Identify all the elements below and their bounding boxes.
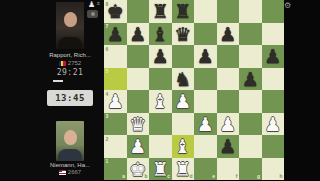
square-h5[interactable] <box>262 68 285 91</box>
square-b4[interactable] <box>127 90 150 113</box>
piece-white-R-c1[interactable]: ♜ <box>152 158 169 181</box>
square-a1[interactable]: 1a <box>104 158 127 181</box>
piece-black-B-c7[interactable]: ♝ <box>152 23 169 46</box>
square-e6[interactable]: ♟ <box>194 45 217 68</box>
avatar-torso <box>58 149 82 161</box>
square-c3[interactable] <box>149 113 172 136</box>
avatar-face <box>64 12 77 27</box>
piece-black-Q-d7[interactable]: ♛ <box>174 23 191 46</box>
avatar-top-player[interactable] <box>56 2 84 49</box>
top-player-rating: 2752 <box>68 60 81 66</box>
piece-white-B-d2[interactable]: ♝ <box>174 135 191 158</box>
rank-label-2: 2 <box>106 137 109 142</box>
square-d6[interactable] <box>172 45 195 68</box>
square-a2[interactable]: 2 <box>104 135 127 158</box>
avatar-bottom-player[interactable] <box>56 121 84 161</box>
square-f7[interactable]: ♟ <box>217 23 240 46</box>
camera-icon[interactable] <box>87 10 98 18</box>
square-a7[interactable]: 7♟ <box>104 23 127 46</box>
square-c2[interactable] <box>149 135 172 158</box>
square-a5[interactable]: 5 <box>104 68 127 91</box>
square-g3[interactable] <box>239 113 262 136</box>
bottom-player-rating-row: 2667 <box>38 169 102 175</box>
piece-black-P-f2[interactable]: ♟ <box>219 135 236 158</box>
square-f4[interactable] <box>217 90 240 113</box>
square-b3[interactable]: ♛ <box>127 113 150 136</box>
square-c7[interactable]: ♝ <box>149 23 172 46</box>
rank-label-6: 6 <box>106 47 109 52</box>
rank-label-8: 8 <box>106 2 109 7</box>
file-label-e: e <box>212 174 215 179</box>
piece-black-P-b7[interactable]: ♟ <box>129 23 146 46</box>
square-f1[interactable]: f <box>217 158 240 181</box>
square-e4[interactable] <box>194 90 217 113</box>
file-label-c: c <box>167 174 170 179</box>
square-f5[interactable] <box>217 68 240 91</box>
square-d5[interactable]: ♞ <box>172 68 195 91</box>
piece-white-B-c4[interactable]: ♝ <box>152 90 169 113</box>
square-g2[interactable] <box>239 135 262 158</box>
piece-white-Q-b3[interactable]: ♛ <box>129 113 146 136</box>
square-h3[interactable]: ♟ <box>262 113 285 136</box>
square-b5[interactable] <box>127 68 150 91</box>
avatar-torso <box>58 37 82 49</box>
rank-label-1: 1 <box>106 159 109 164</box>
bottom-player-flag-icon <box>59 170 66 175</box>
piece-white-P-f3[interactable]: ♟ <box>219 113 236 136</box>
piece-black-P-c6[interactable]: ♟ <box>152 45 169 68</box>
square-g5[interactable]: ♟ <box>239 68 262 91</box>
square-e1[interactable]: e <box>194 158 217 181</box>
file-label-d: d <box>189 174 192 179</box>
pawn-icon[interactable]: ♟ <box>88 0 95 9</box>
square-g1[interactable]: g <box>239 158 262 181</box>
square-f8[interactable] <box>217 0 240 23</box>
square-f6[interactable] <box>217 45 240 68</box>
piece-white-P-b2[interactable]: ♟ <box>129 135 146 158</box>
rank-label-5: 5 <box>106 69 109 74</box>
square-a8[interactable]: 8♚ <box>104 0 127 23</box>
piece-black-P-g5[interactable]: ♟ <box>242 68 259 91</box>
piece-white-P-e3[interactable]: ♟ <box>197 113 214 136</box>
square-b8[interactable] <box>127 0 150 23</box>
square-f3[interactable]: ♟ <box>217 113 240 136</box>
top-player-name[interactable]: Rapport, Rich... <box>38 52 102 58</box>
square-b2[interactable]: ♟ <box>127 135 150 158</box>
square-e2[interactable] <box>194 135 217 158</box>
square-h4[interactable] <box>262 90 285 113</box>
camera-lens-icon <box>91 12 95 16</box>
square-c6[interactable]: ♟ <box>149 45 172 68</box>
square-e7[interactable] <box>194 23 217 46</box>
square-f2[interactable]: ♟ <box>217 135 240 158</box>
square-d3[interactable] <box>172 113 195 136</box>
piece-white-P-d4[interactable]: ♟ <box>174 90 191 113</box>
square-c4[interactable]: ♝ <box>149 90 172 113</box>
square-e5[interactable] <box>194 68 217 91</box>
top-player-rating-row: 2752 <box>38 60 102 66</box>
rank-label-7: 7 <box>106 24 109 29</box>
square-a6[interactable]: 6 <box>104 45 127 68</box>
square-g6[interactable] <box>239 45 262 68</box>
square-c8[interactable]: ♜ <box>149 0 172 23</box>
square-h7[interactable] <box>262 23 285 46</box>
square-b6[interactable] <box>127 45 150 68</box>
piece-white-P-h3[interactable]: ♟ <box>264 113 281 136</box>
rank-label-3: 3 <box>106 114 109 119</box>
square-c1[interactable]: c♜ <box>149 158 172 181</box>
square-d4[interactable]: ♟ <box>172 90 195 113</box>
chess-board[interactable]: 8♚♜♜7♟♟♝♛♟6♟♟♟5♞♟4♟♝♟3♛♟♟♟2♟♝♟1ab♚c♜d♜ef… <box>104 0 284 180</box>
piece-black-R-c8[interactable]: ♜ <box>152 0 169 23</box>
menu-icon[interactable]: ≡ <box>97 1 100 6</box>
piece-black-P-f7[interactable]: ♟ <box>219 23 236 46</box>
clock-tick-bar <box>53 80 63 82</box>
players-sidebar: ♟ ≡ Rapport, Rich... 2752 29:21 13:45 Ni… <box>0 0 104 180</box>
square-g4[interactable] <box>239 90 262 113</box>
chess-app-window: ♟ ≡ Rapport, Rich... 2752 29:21 13:45 Ni… <box>0 0 320 180</box>
square-d7[interactable]: ♛ <box>172 23 195 46</box>
file-label-g: g <box>257 174 260 179</box>
top-player-clock: 29:21 <box>38 68 102 77</box>
piece-black-P-e6[interactable]: ♟ <box>197 45 214 68</box>
square-e3[interactable]: ♟ <box>194 113 217 136</box>
piece-black-R-d8[interactable]: ♜ <box>174 0 191 23</box>
square-d1[interactable]: d♜ <box>172 158 195 181</box>
square-b1[interactable]: b♚ <box>127 158 150 181</box>
rank-label-4: 4 <box>106 92 109 97</box>
piece-black-N-d5[interactable]: ♞ <box>174 68 191 91</box>
bottom-player-rating: 2667 <box>68 169 81 175</box>
top-player-flag-icon <box>59 61 66 66</box>
square-e8[interactable] <box>194 0 217 23</box>
square-d8[interactable]: ♜ <box>172 0 195 23</box>
file-label-f: f <box>236 174 238 179</box>
piece-white-P-a4[interactable]: ♟ <box>107 90 124 113</box>
square-c5[interactable] <box>149 68 172 91</box>
piece-black-P-a7[interactable]: ♟ <box>107 23 124 46</box>
square-a3[interactable]: 3 <box>104 113 127 136</box>
square-h2[interactable] <box>262 135 285 158</box>
piece-black-P-h6[interactable]: ♟ <box>264 45 281 68</box>
board-settings-gear-icon[interactable]: ⚙ <box>284 1 291 10</box>
square-g8[interactable] <box>239 0 262 23</box>
square-h6[interactable]: ♟ <box>262 45 285 68</box>
square-h1[interactable]: h <box>262 158 285 181</box>
square-d2[interactable]: ♝ <box>172 135 195 158</box>
file-label-a: a <box>122 174 125 179</box>
avatar-face <box>64 130 77 145</box>
piece-black-K-a8[interactable]: ♚ <box>107 0 124 23</box>
file-label-h: h <box>279 174 282 179</box>
square-g7[interactable] <box>239 23 262 46</box>
square-h8[interactable] <box>262 0 285 23</box>
file-label-b: b <box>144 174 147 179</box>
bottom-player-name[interactable]: Niemann, Ha... <box>38 162 102 168</box>
square-b7[interactable]: ♟ <box>127 23 150 46</box>
square-a4[interactable]: 4♟ <box>104 90 127 113</box>
bottom-player-clock-active: 13:45 <box>47 90 93 106</box>
